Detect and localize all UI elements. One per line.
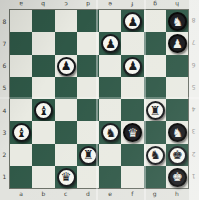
square-b5[interactable] <box>32 77 54 99</box>
chess-board: ♟♞♟♟♟♟♝♜♝♞♛♞♜♞♚♛♚ <box>10 10 188 188</box>
knight-icon: ♞ <box>172 126 183 138</box>
piece-white-rook-g4[interactable]: ♜ <box>146 101 165 120</box>
pawn-icon: ♟ <box>105 37 116 49</box>
square-h3[interactable]: ♞ <box>166 121 188 143</box>
file-labels-top: abcdefgh <box>10 0 188 9</box>
rank-label-4: 4 <box>0 99 9 121</box>
knight-icon: ♞ <box>172 15 183 27</box>
file-label-g: g <box>144 0 166 9</box>
king-icon: ♚ <box>172 171 183 183</box>
piece-black-pawn-h7[interactable]: ♟ <box>168 34 187 53</box>
square-d1[interactable] <box>77 166 99 188</box>
square-b3[interactable] <box>32 121 54 143</box>
square-e4[interactable] <box>99 99 121 121</box>
piece-black-king-h1[interactable]: ♚ <box>168 168 187 187</box>
rank-label-6: 6 <box>0 55 9 77</box>
piece-white-rook-d2[interactable]: ♜ <box>79 146 98 165</box>
piece-white-pawn-e7[interactable]: ♟ <box>101 34 120 53</box>
square-h7[interactable]: ♟ <box>166 32 188 54</box>
piece-white-king-h2[interactable]: ♚ <box>168 146 187 165</box>
rank-label-6: 6 <box>189 55 198 77</box>
rank-label-7: 7 <box>0 32 9 54</box>
square-g8[interactable] <box>144 10 166 32</box>
file-label-b: b <box>32 0 54 9</box>
square-e8[interactable] <box>99 10 121 32</box>
file-label-h: h <box>166 0 188 9</box>
square-d8[interactable] <box>77 10 99 32</box>
square-a4[interactable] <box>10 99 32 121</box>
square-h2[interactable]: ♚ <box>166 144 188 166</box>
square-a5[interactable] <box>10 77 32 99</box>
square-b2[interactable] <box>32 144 54 166</box>
square-b8[interactable] <box>32 10 54 32</box>
square-a6[interactable] <box>10 55 32 77</box>
file-label-b: b <box>32 189 54 198</box>
rank-labels-right: 87654321 <box>189 10 198 188</box>
square-g6[interactable] <box>144 55 166 77</box>
square-e1[interactable] <box>99 166 121 188</box>
piece-black-queen-f3[interactable]: ♛ <box>123 123 142 142</box>
square-g2[interactable]: ♞ <box>144 144 166 166</box>
rank-label-2: 2 <box>189 144 198 166</box>
king-icon: ♚ <box>172 149 183 161</box>
file-label-d: d <box>77 189 99 198</box>
square-e7[interactable]: ♟ <box>99 32 121 54</box>
rank-label-7: 7 <box>189 32 198 54</box>
square-f4[interactable] <box>121 99 143 121</box>
rank-label-1: 1 <box>189 166 198 188</box>
file-label-e: e <box>99 189 121 198</box>
piece-black-knight-h3[interactable]: ♞ <box>168 123 187 142</box>
square-g4[interactable]: ♜ <box>144 99 166 121</box>
piece-white-knight-g2[interactable]: ♞ <box>146 146 165 165</box>
rank-label-8: 8 <box>189 10 198 32</box>
square-g1[interactable] <box>144 166 166 188</box>
rook-icon: ♜ <box>83 149 94 161</box>
file-label-d: d <box>77 0 99 9</box>
piece-white-pawn-c6[interactable]: ♟ <box>57 57 76 76</box>
piece-white-knight-e3[interactable]: ♞ <box>101 123 120 142</box>
piece-black-knight-h8[interactable]: ♞ <box>168 12 187 31</box>
piece-white-queen-c1[interactable]: ♛ <box>57 168 76 187</box>
rank-label-8: 8 <box>0 10 9 32</box>
square-f3[interactable]: ♛ <box>121 121 143 143</box>
square-c7[interactable] <box>55 32 77 54</box>
square-f6[interactable]: ♟ <box>121 55 143 77</box>
bishop-icon: ♝ <box>16 126 27 138</box>
bishop-icon: ♝ <box>38 104 49 116</box>
file-label-a: a <box>10 189 32 198</box>
file-label-a: a <box>10 0 32 9</box>
square-d4[interactable] <box>77 99 99 121</box>
square-b7[interactable] <box>32 32 54 54</box>
square-f1[interactable] <box>121 166 143 188</box>
square-h4[interactable] <box>166 99 188 121</box>
square-g5[interactable] <box>144 77 166 99</box>
pawn-icon: ♟ <box>61 60 72 72</box>
rank-label-3: 3 <box>0 121 9 143</box>
file-label-h: h <box>166 189 188 198</box>
square-d7[interactable] <box>77 32 99 54</box>
square-a2[interactable] <box>10 144 32 166</box>
square-h5[interactable] <box>166 77 188 99</box>
square-f8[interactable]: ♟ <box>121 10 143 32</box>
square-f7[interactable] <box>121 32 143 54</box>
piece-white-bishop-b4[interactable]: ♝ <box>34 101 53 120</box>
file-label-f: f <box>121 189 143 198</box>
file-label-c: c <box>55 189 77 198</box>
square-h8[interactable]: ♞ <box>166 10 188 32</box>
pawn-icon: ♟ <box>172 37 183 49</box>
rank-labels-left: 87654321 <box>0 10 9 188</box>
square-a7[interactable] <box>10 32 32 54</box>
square-b1[interactable] <box>32 166 54 188</box>
square-b6[interactable] <box>32 55 54 77</box>
pawn-icon: ♟ <box>127 60 138 72</box>
square-c3[interactable] <box>55 121 77 143</box>
file-label-g: g <box>144 189 166 198</box>
square-d2[interactable]: ♜ <box>77 144 99 166</box>
rook-icon: ♜ <box>150 104 161 116</box>
square-c5[interactable] <box>55 77 77 99</box>
queen-icon: ♛ <box>127 126 138 138</box>
square-f5[interactable] <box>121 77 143 99</box>
square-d6[interactable] <box>77 55 99 77</box>
rank-label-4: 4 <box>189 99 198 121</box>
square-d5[interactable] <box>77 77 99 99</box>
square-e2[interactable] <box>99 144 121 166</box>
square-c4[interactable] <box>55 99 77 121</box>
piece-white-pawn-f8[interactable]: ♟ <box>123 12 142 31</box>
rank-label-5: 5 <box>189 77 198 99</box>
square-b4[interactable]: ♝ <box>32 99 54 121</box>
square-c6[interactable]: ♟ <box>55 55 77 77</box>
knight-icon: ♞ <box>105 126 116 138</box>
piece-white-bishop-a3[interactable]: ♝ <box>12 123 31 142</box>
square-e3[interactable]: ♞ <box>99 121 121 143</box>
square-e5[interactable] <box>99 77 121 99</box>
file-label-e: e <box>99 0 121 9</box>
rank-label-1: 1 <box>0 166 9 188</box>
file-label-c: c <box>55 0 77 9</box>
square-h1[interactable]: ♚ <box>166 166 188 188</box>
square-a3[interactable]: ♝ <box>10 121 32 143</box>
rank-label-5: 5 <box>0 77 9 99</box>
rank-label-3: 3 <box>189 121 198 143</box>
pawn-icon: ♟ <box>127 15 138 27</box>
square-d3[interactable] <box>77 121 99 143</box>
queen-icon: ♛ <box>61 171 72 183</box>
square-f2[interactable] <box>121 144 143 166</box>
rank-label-2: 2 <box>0 144 9 166</box>
square-g7[interactable] <box>144 32 166 54</box>
square-c1[interactable]: ♛ <box>55 166 77 188</box>
square-a8[interactable] <box>10 10 32 32</box>
square-h6[interactable] <box>166 55 188 77</box>
square-a1[interactable] <box>10 166 32 188</box>
file-labels-bottom: abcdefgh <box>10 189 188 198</box>
piece-white-pawn-f6[interactable]: ♟ <box>123 57 142 76</box>
chessboard-photo: abcdefgh abcdefgh 87654321 87654321 ♟♞♟♟… <box>0 0 199 200</box>
square-e6[interactable] <box>99 55 121 77</box>
file-label-f: f <box>121 0 143 9</box>
knight-icon: ♞ <box>150 149 161 161</box>
square-g3[interactable] <box>144 121 166 143</box>
square-c8[interactable] <box>55 10 77 32</box>
square-c2[interactable] <box>55 144 77 166</box>
